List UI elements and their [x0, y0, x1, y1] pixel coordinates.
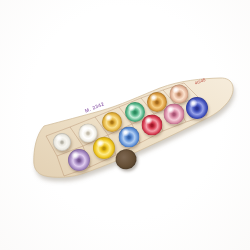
photo-stage: M. 2342 40/45 — [0, 0, 250, 250]
piece-rose[interactable] — [164, 104, 185, 125]
piece-blue[interactable] — [119, 127, 140, 148]
cell-r2c2[interactable] — [90, 134, 118, 162]
cell-r2c1[interactable] — [65, 146, 93, 174]
piece-purple[interactable] — [68, 149, 90, 171]
piece-yellow[interactable] — [93, 137, 115, 159]
board — [0, 0, 250, 250]
piece-sapphire[interactable] — [186, 97, 208, 119]
piece-clear[interactable] — [53, 133, 71, 151]
piece-red[interactable] — [142, 115, 163, 136]
cell-r2c6[interactable] — [183, 94, 211, 122]
